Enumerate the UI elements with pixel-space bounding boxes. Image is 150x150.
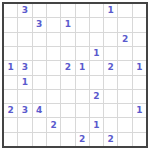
cell-r3c5[interactable] bbox=[76, 47, 89, 60]
cell-r4c4: 2 bbox=[61, 61, 74, 74]
cell-r4c1: 3 bbox=[18, 61, 31, 74]
cell-r2c2[interactable] bbox=[33, 33, 46, 46]
cell-r5c6[interactable] bbox=[90, 76, 103, 89]
clue-number: 2 bbox=[8, 106, 14, 115]
cell-r5c0[interactable] bbox=[4, 76, 17, 89]
cell-r1c9[interactable] bbox=[133, 18, 146, 31]
cell-r9c2[interactable] bbox=[33, 133, 46, 146]
cell-r1c4: 1 bbox=[61, 18, 74, 31]
cell-r7c0: 2 bbox=[4, 104, 17, 117]
cell-r6c4[interactable] bbox=[61, 90, 74, 103]
clue-number: 1 bbox=[93, 49, 99, 58]
cell-r8c2[interactable] bbox=[33, 118, 46, 131]
cell-r1c7[interactable] bbox=[104, 18, 117, 31]
cell-r3c3[interactable] bbox=[47, 47, 60, 60]
cell-r6c2[interactable] bbox=[33, 90, 46, 103]
clue-number: 1 bbox=[136, 63, 142, 72]
cell-r8c1[interactable] bbox=[18, 118, 31, 131]
cell-r8c0[interactable] bbox=[4, 118, 17, 131]
cell-r5c7[interactable] bbox=[104, 76, 117, 89]
cell-r4c7: 2 bbox=[104, 61, 117, 74]
cell-r5c3[interactable] bbox=[47, 76, 60, 89]
cell-r3c9[interactable] bbox=[133, 47, 146, 60]
cell-r2c3[interactable] bbox=[47, 33, 60, 46]
cell-r7c1: 3 bbox=[18, 104, 31, 117]
cell-r4c6[interactable] bbox=[90, 61, 103, 74]
cell-r1c2: 3 bbox=[33, 18, 46, 31]
cell-r3c8[interactable] bbox=[118, 47, 131, 60]
cell-r7c9: 1 bbox=[133, 104, 146, 117]
cell-r6c6: 2 bbox=[90, 90, 103, 103]
cell-r0c8[interactable] bbox=[118, 4, 131, 17]
cell-r6c8[interactable] bbox=[118, 90, 131, 103]
cell-r4c8[interactable] bbox=[118, 61, 131, 74]
cell-r1c3[interactable] bbox=[47, 18, 60, 31]
cell-r8c3: 2 bbox=[47, 118, 60, 131]
cell-r0c1: 3 bbox=[18, 4, 31, 17]
clue-number: 4 bbox=[36, 106, 42, 115]
cell-r1c1[interactable] bbox=[18, 18, 31, 31]
cell-r0c6[interactable] bbox=[90, 4, 103, 17]
cell-r2c4[interactable] bbox=[61, 33, 74, 46]
clue-number: 1 bbox=[79, 63, 85, 72]
cell-r5c5[interactable] bbox=[76, 76, 89, 89]
cell-r2c1[interactable] bbox=[18, 33, 31, 46]
cell-r2c8: 2 bbox=[118, 33, 131, 46]
cell-r6c9[interactable] bbox=[133, 90, 146, 103]
cell-r3c1[interactable] bbox=[18, 47, 31, 60]
cell-r5c8[interactable] bbox=[118, 76, 131, 89]
cell-r4c5: 1 bbox=[76, 61, 89, 74]
cell-r3c7[interactable] bbox=[104, 47, 117, 60]
clue-number: 3 bbox=[36, 20, 42, 29]
cell-r7c8[interactable] bbox=[118, 104, 131, 117]
clue-number: 1 bbox=[93, 121, 99, 130]
cell-r0c5[interactable] bbox=[76, 4, 89, 17]
cell-r5c1: 1 bbox=[18, 76, 31, 89]
cell-r6c1[interactable] bbox=[18, 90, 31, 103]
cell-r9c0[interactable] bbox=[4, 133, 17, 146]
cell-r0c0[interactable] bbox=[4, 4, 17, 17]
cell-r8c5[interactable] bbox=[76, 118, 89, 131]
clue-number: 1 bbox=[8, 63, 14, 72]
cell-r7c6[interactable] bbox=[90, 104, 103, 117]
clue-number: 1 bbox=[108, 6, 114, 15]
cell-r9c1[interactable] bbox=[18, 133, 31, 146]
cell-r6c5[interactable] bbox=[76, 90, 89, 103]
cell-r7c5[interactable] bbox=[76, 104, 89, 117]
cell-r9c6[interactable] bbox=[90, 133, 103, 146]
cell-r1c8[interactable] bbox=[118, 18, 131, 31]
clue-number: 3 bbox=[22, 106, 28, 115]
cell-r9c7: 2 bbox=[104, 133, 117, 146]
cell-r1c6[interactable] bbox=[90, 18, 103, 31]
clue-number: 2 bbox=[108, 135, 114, 144]
clue-number: 3 bbox=[22, 6, 28, 15]
cell-r2c7[interactable] bbox=[104, 33, 117, 46]
cell-r9c3[interactable] bbox=[47, 133, 60, 146]
clue-number: 3 bbox=[22, 63, 28, 72]
cell-r2c6[interactable] bbox=[90, 33, 103, 46]
cell-r5c9[interactable] bbox=[133, 76, 146, 89]
cell-r7c2: 4 bbox=[33, 104, 46, 117]
cell-r7c4[interactable] bbox=[61, 104, 74, 117]
cell-r0c3[interactable] bbox=[47, 4, 60, 17]
cell-r8c8[interactable] bbox=[118, 118, 131, 131]
cell-r6c7[interactable] bbox=[104, 90, 117, 103]
cell-r9c4[interactable] bbox=[61, 133, 74, 146]
clue-number: 1 bbox=[65, 20, 71, 29]
cell-r8c4[interactable] bbox=[61, 118, 74, 131]
cell-r0c7: 1 bbox=[104, 4, 117, 17]
clue-number: 2 bbox=[65, 63, 71, 72]
cell-r5c4[interactable] bbox=[61, 76, 74, 89]
cell-r7c7[interactable] bbox=[104, 104, 117, 117]
cell-r9c8[interactable] bbox=[118, 133, 131, 146]
clue-number: 1 bbox=[22, 78, 28, 87]
clue-number: 2 bbox=[108, 63, 114, 72]
clue-number: 2 bbox=[93, 92, 99, 101]
minesweeper-board: 3131211321211223412122 bbox=[2, 2, 148, 148]
cell-r6c3[interactable] bbox=[47, 90, 60, 103]
cell-r2c0[interactable] bbox=[4, 33, 17, 46]
cell-r3c0[interactable] bbox=[4, 47, 17, 60]
cell-r4c9: 1 bbox=[133, 61, 146, 74]
clue-number: 1 bbox=[136, 106, 142, 115]
clue-number: 2 bbox=[50, 121, 56, 130]
cell-r1c5[interactable] bbox=[76, 18, 89, 31]
cell-r8c9[interactable] bbox=[133, 118, 146, 131]
cell-r4c2[interactable] bbox=[33, 61, 46, 74]
cell-r0c2[interactable] bbox=[33, 4, 46, 17]
cell-r9c9[interactable] bbox=[133, 133, 146, 146]
cell-r8c7[interactable] bbox=[104, 118, 117, 131]
cell-r7c3[interactable] bbox=[47, 104, 60, 117]
cell-r5c2[interactable] bbox=[33, 76, 46, 89]
clue-number: 2 bbox=[79, 135, 85, 144]
cell-r0c9[interactable] bbox=[133, 4, 146, 17]
cell-r0c4[interactable] bbox=[61, 4, 74, 17]
clue-number: 2 bbox=[122, 35, 128, 44]
cell-r4c3[interactable] bbox=[47, 61, 60, 74]
cell-r1c0[interactable] bbox=[4, 18, 17, 31]
cell-r2c5[interactable] bbox=[76, 33, 89, 46]
cell-r6c0[interactable] bbox=[4, 90, 17, 103]
cell-r9c5: 2 bbox=[76, 133, 89, 146]
cell-r3c6: 1 bbox=[90, 47, 103, 60]
cell-r2c9[interactable] bbox=[133, 33, 146, 46]
cell-r4c0: 1 bbox=[4, 61, 17, 74]
cell-r3c4[interactable] bbox=[61, 47, 74, 60]
cell-r3c2[interactable] bbox=[33, 47, 46, 60]
cell-r8c6: 1 bbox=[90, 118, 103, 131]
